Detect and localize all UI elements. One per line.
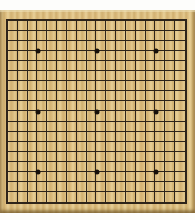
board-cell bbox=[57, 122, 67, 132]
board-cell bbox=[126, 172, 136, 182]
board-cell bbox=[126, 61, 136, 71]
board-cell bbox=[165, 172, 175, 182]
board-cell bbox=[57, 61, 67, 71]
board-cell bbox=[77, 71, 87, 81]
board-cell bbox=[77, 182, 87, 192]
board-cell bbox=[8, 41, 18, 51]
board-cell bbox=[96, 132, 106, 142]
board-cell bbox=[47, 31, 57, 41]
board-cell bbox=[116, 192, 126, 202]
board-cell bbox=[18, 162, 28, 172]
board-cell bbox=[87, 71, 97, 81]
board-cell bbox=[126, 122, 136, 132]
hoshi-point bbox=[94, 49, 99, 54]
board-cell bbox=[87, 122, 97, 132]
board-cell bbox=[37, 31, 47, 41]
board-cell bbox=[96, 61, 106, 71]
board-cell bbox=[18, 182, 28, 192]
board-cell bbox=[165, 111, 175, 121]
board-cell bbox=[67, 21, 77, 31]
board-cell bbox=[28, 182, 38, 192]
board-cell bbox=[106, 51, 116, 61]
board-cell bbox=[28, 21, 38, 31]
board-cell bbox=[96, 182, 106, 192]
board-cell bbox=[165, 132, 175, 142]
board-cell bbox=[18, 142, 28, 152]
board-cell bbox=[57, 101, 67, 111]
board-cell bbox=[175, 21, 185, 31]
board-cell bbox=[175, 172, 185, 182]
board-cell bbox=[77, 91, 87, 101]
board-cell bbox=[77, 61, 87, 71]
board-cell bbox=[175, 122, 185, 132]
board-cell bbox=[106, 61, 116, 71]
board-cell bbox=[77, 172, 87, 182]
board-cell bbox=[28, 71, 38, 81]
hoshi-point bbox=[153, 49, 158, 54]
board-cell bbox=[175, 132, 185, 142]
board-cell bbox=[165, 192, 175, 202]
board-cell bbox=[77, 132, 87, 142]
board-cell bbox=[67, 81, 77, 91]
board-cell bbox=[47, 152, 57, 162]
board-cell bbox=[175, 152, 185, 162]
board-cell bbox=[126, 51, 136, 61]
board-cell bbox=[57, 81, 67, 91]
board-cell bbox=[116, 162, 126, 172]
board-cell bbox=[67, 192, 77, 202]
board-cell bbox=[37, 81, 47, 91]
board-cell bbox=[87, 61, 97, 71]
board-cell bbox=[126, 162, 136, 172]
board-cell bbox=[146, 21, 156, 31]
board-cell bbox=[87, 21, 97, 31]
board-cell bbox=[116, 41, 126, 51]
board-cell bbox=[106, 81, 116, 91]
board-cell bbox=[37, 142, 47, 152]
board-cell bbox=[18, 51, 28, 61]
board-cell bbox=[67, 122, 77, 132]
board-cell bbox=[47, 51, 57, 61]
board-cell bbox=[28, 31, 38, 41]
board-cell bbox=[96, 21, 106, 31]
board-cell bbox=[18, 132, 28, 142]
board-cell bbox=[8, 71, 18, 81]
board-cell bbox=[165, 31, 175, 41]
board-cell bbox=[18, 41, 28, 51]
board-cell bbox=[96, 31, 106, 41]
board-cell bbox=[77, 152, 87, 162]
board-cell bbox=[106, 172, 116, 182]
board-cell bbox=[116, 31, 126, 41]
board-cell bbox=[126, 101, 136, 111]
board-cell bbox=[116, 81, 126, 91]
hoshi-point bbox=[35, 49, 40, 54]
hoshi-point bbox=[94, 109, 99, 114]
board-cell bbox=[136, 132, 146, 142]
board-cell bbox=[8, 132, 18, 142]
board-cell bbox=[175, 81, 185, 91]
board-cell bbox=[18, 101, 28, 111]
board-cell bbox=[37, 91, 47, 101]
board-cell bbox=[126, 192, 136, 202]
board-cell bbox=[106, 182, 116, 192]
board-cell bbox=[136, 152, 146, 162]
board-cell bbox=[155, 132, 165, 142]
page-background bbox=[0, 0, 195, 220]
board-cell bbox=[116, 182, 126, 192]
board-cell bbox=[116, 172, 126, 182]
board-cell bbox=[47, 122, 57, 132]
board-cell bbox=[37, 122, 47, 132]
board-cell bbox=[47, 41, 57, 51]
board-cell bbox=[96, 122, 106, 132]
board-cell bbox=[28, 91, 38, 101]
board-cell bbox=[116, 132, 126, 142]
board-cell bbox=[155, 81, 165, 91]
board-cell bbox=[67, 132, 77, 142]
hoshi-point bbox=[153, 109, 158, 114]
board-cell bbox=[116, 122, 126, 132]
board-cell bbox=[87, 192, 97, 202]
board-cell bbox=[106, 111, 116, 121]
board-cell bbox=[175, 142, 185, 152]
board-cell bbox=[96, 91, 106, 101]
board-cell bbox=[155, 122, 165, 132]
board-cell bbox=[96, 192, 106, 202]
board-cell bbox=[96, 142, 106, 152]
board-cell bbox=[106, 142, 116, 152]
board-cell bbox=[47, 142, 57, 152]
board-cell bbox=[18, 152, 28, 162]
board-cell bbox=[126, 41, 136, 51]
board-cell bbox=[37, 152, 47, 162]
board-grid[interactable] bbox=[6, 19, 187, 204]
board-cell bbox=[136, 71, 146, 81]
board-cell bbox=[96, 71, 106, 81]
board-cell bbox=[87, 152, 97, 162]
go-board bbox=[0, 10, 195, 213]
board-cell bbox=[18, 122, 28, 132]
board-cell bbox=[8, 91, 18, 101]
board-cell bbox=[175, 101, 185, 111]
board-cell bbox=[175, 71, 185, 81]
board-cell bbox=[28, 122, 38, 132]
board-cell bbox=[136, 81, 146, 91]
board-cell bbox=[116, 152, 126, 162]
board-cell bbox=[165, 182, 175, 192]
board-cell bbox=[175, 51, 185, 61]
board-cell bbox=[175, 192, 185, 202]
board-cell bbox=[116, 61, 126, 71]
board-cell bbox=[18, 192, 28, 202]
board-cell bbox=[106, 132, 116, 142]
board-cell bbox=[77, 142, 87, 152]
board-cell bbox=[126, 71, 136, 81]
board-cell bbox=[175, 91, 185, 101]
board-cell bbox=[116, 101, 126, 111]
board-cell bbox=[8, 122, 18, 132]
board-cell bbox=[8, 101, 18, 111]
board-cell bbox=[165, 142, 175, 152]
board-cell bbox=[47, 21, 57, 31]
board-cell bbox=[155, 91, 165, 101]
board-cell bbox=[28, 132, 38, 142]
board-cell bbox=[37, 21, 47, 31]
board-cell bbox=[67, 111, 77, 121]
board-cell bbox=[146, 122, 156, 132]
board-cell bbox=[67, 142, 77, 152]
board-cell bbox=[28, 192, 38, 202]
board-cell bbox=[37, 182, 47, 192]
board-cell bbox=[77, 51, 87, 61]
board-cell bbox=[165, 152, 175, 162]
board-cell bbox=[106, 71, 116, 81]
board-cell bbox=[136, 101, 146, 111]
board-cell bbox=[47, 71, 57, 81]
board-cell bbox=[106, 31, 116, 41]
board-cell bbox=[8, 162, 18, 172]
board-cell bbox=[106, 101, 116, 111]
board-cell bbox=[47, 182, 57, 192]
board-cell bbox=[57, 162, 67, 172]
board-cell bbox=[37, 61, 47, 71]
board-cell bbox=[165, 122, 175, 132]
board-cell bbox=[136, 31, 146, 41]
board-cell bbox=[165, 71, 175, 81]
board-cell bbox=[87, 91, 97, 101]
board-cell bbox=[8, 111, 18, 121]
board-cell bbox=[28, 152, 38, 162]
board-cell bbox=[146, 152, 156, 162]
board-cell bbox=[136, 142, 146, 152]
board-cell bbox=[165, 91, 175, 101]
board-cell bbox=[37, 192, 47, 202]
board-cell bbox=[47, 111, 57, 121]
board-cell bbox=[57, 172, 67, 182]
board-cell bbox=[146, 132, 156, 142]
board-cell bbox=[57, 142, 67, 152]
board-cell bbox=[47, 192, 57, 202]
hoshi-point bbox=[153, 169, 158, 174]
board-cell bbox=[165, 61, 175, 71]
board-cell bbox=[155, 61, 165, 71]
board-cell bbox=[146, 31, 156, 41]
board-cell bbox=[77, 81, 87, 91]
board-cell bbox=[77, 192, 87, 202]
board-cell bbox=[57, 31, 67, 41]
board-cell bbox=[175, 182, 185, 192]
board-cell bbox=[136, 192, 146, 202]
board-cell bbox=[8, 172, 18, 182]
board-cell bbox=[126, 152, 136, 162]
board-cell bbox=[18, 61, 28, 71]
hoshi-point bbox=[94, 169, 99, 174]
board-cell bbox=[126, 21, 136, 31]
board-cell bbox=[8, 21, 18, 31]
board-cell bbox=[96, 152, 106, 162]
board-cell bbox=[136, 21, 146, 31]
board-cell bbox=[116, 71, 126, 81]
board-cell bbox=[136, 41, 146, 51]
hoshi-point bbox=[35, 109, 40, 114]
board-cell bbox=[126, 132, 136, 142]
board-cell bbox=[136, 111, 146, 121]
board-cell bbox=[136, 51, 146, 61]
board-cell bbox=[67, 51, 77, 61]
board-cell bbox=[18, 91, 28, 101]
hoshi-point bbox=[35, 169, 40, 174]
board-cell bbox=[47, 132, 57, 142]
board-cell bbox=[165, 41, 175, 51]
board-cell bbox=[106, 152, 116, 162]
board-cell bbox=[28, 61, 38, 71]
board-cell bbox=[67, 182, 77, 192]
board-cell bbox=[77, 101, 87, 111]
board-cell bbox=[67, 71, 77, 81]
board-cell bbox=[146, 71, 156, 81]
board-cell bbox=[57, 192, 67, 202]
board-cell bbox=[155, 142, 165, 152]
board-cell bbox=[155, 21, 165, 31]
board-cell bbox=[126, 81, 136, 91]
board-cell bbox=[18, 31, 28, 41]
board-cell bbox=[146, 91, 156, 101]
board-cell bbox=[8, 192, 18, 202]
board-cell bbox=[146, 192, 156, 202]
board-cell bbox=[67, 31, 77, 41]
board-cell bbox=[8, 61, 18, 71]
board-cell bbox=[67, 152, 77, 162]
board-cell bbox=[126, 182, 136, 192]
board-cell bbox=[116, 51, 126, 61]
board-cell bbox=[136, 122, 146, 132]
board-cell bbox=[126, 142, 136, 152]
board-cell bbox=[67, 61, 77, 71]
board-cell bbox=[47, 91, 57, 101]
board-cell bbox=[8, 81, 18, 91]
board-cell bbox=[77, 162, 87, 172]
board-cell bbox=[106, 91, 116, 101]
board-cell bbox=[67, 172, 77, 182]
board-cell bbox=[106, 192, 116, 202]
board-cell bbox=[18, 81, 28, 91]
board-cell bbox=[37, 132, 47, 142]
board-cell bbox=[67, 41, 77, 51]
board-cell bbox=[165, 51, 175, 61]
board-cell bbox=[146, 142, 156, 152]
board-cell bbox=[57, 111, 67, 121]
board-cell bbox=[106, 41, 116, 51]
board-cell bbox=[116, 91, 126, 101]
board-cell bbox=[47, 101, 57, 111]
board-cell bbox=[87, 142, 97, 152]
board-cell bbox=[116, 111, 126, 121]
board-cell bbox=[67, 162, 77, 172]
board-cell bbox=[87, 182, 97, 192]
board-cell bbox=[175, 61, 185, 71]
board-cell bbox=[165, 162, 175, 172]
board-cell bbox=[77, 31, 87, 41]
board-cell bbox=[87, 31, 97, 41]
board-cell bbox=[165, 21, 175, 31]
board-cell bbox=[136, 91, 146, 101]
board-cell bbox=[126, 91, 136, 101]
board-cell bbox=[8, 182, 18, 192]
board-cell bbox=[8, 31, 18, 41]
board-cell bbox=[146, 182, 156, 192]
board-cell bbox=[136, 61, 146, 71]
board-cell bbox=[175, 162, 185, 172]
board-cell bbox=[155, 31, 165, 41]
board-cell bbox=[47, 61, 57, 71]
board-cell bbox=[8, 152, 18, 162]
board-cell bbox=[146, 61, 156, 71]
board-cell bbox=[106, 122, 116, 132]
board-cell bbox=[67, 101, 77, 111]
board-cell bbox=[57, 182, 67, 192]
board-cell bbox=[67, 91, 77, 101]
board-cell bbox=[155, 152, 165, 162]
board-cell bbox=[96, 81, 106, 91]
board-cell bbox=[57, 91, 67, 101]
board-cell bbox=[47, 172, 57, 182]
board-cell bbox=[165, 101, 175, 111]
board-cell bbox=[106, 162, 116, 172]
board-cell bbox=[77, 41, 87, 51]
board-cell bbox=[8, 51, 18, 61]
board-cell bbox=[155, 71, 165, 81]
board-cell bbox=[87, 132, 97, 142]
board-cell bbox=[47, 81, 57, 91]
board-cell bbox=[57, 132, 67, 142]
board-cell bbox=[18, 111, 28, 121]
board-cell bbox=[77, 122, 87, 132]
board-cell bbox=[136, 172, 146, 182]
board-cell bbox=[155, 192, 165, 202]
board-cell bbox=[57, 41, 67, 51]
board-cell bbox=[18, 21, 28, 31]
board-cell bbox=[106, 21, 116, 31]
board-cell bbox=[47, 162, 57, 172]
board-cell bbox=[165, 81, 175, 91]
board-cell bbox=[57, 152, 67, 162]
board-cell bbox=[57, 21, 67, 31]
board-cell bbox=[37, 71, 47, 81]
board-cell bbox=[57, 51, 67, 61]
board-cell bbox=[136, 162, 146, 172]
board-cell bbox=[77, 21, 87, 31]
board-cell bbox=[116, 142, 126, 152]
board-cell bbox=[126, 31, 136, 41]
board-cell bbox=[18, 71, 28, 81]
board-cell bbox=[77, 111, 87, 121]
board-cell bbox=[126, 111, 136, 121]
board-cell bbox=[18, 172, 28, 182]
board-cell bbox=[146, 81, 156, 91]
board-cell bbox=[87, 81, 97, 91]
board-cell bbox=[136, 182, 146, 192]
board-cell bbox=[28, 81, 38, 91]
board-cell bbox=[155, 182, 165, 192]
board-cell bbox=[8, 142, 18, 152]
board-cell bbox=[116, 21, 126, 31]
board-cell bbox=[28, 142, 38, 152]
board-cell bbox=[175, 111, 185, 121]
board-cell bbox=[175, 41, 185, 51]
board-cell bbox=[175, 31, 185, 41]
board-cell bbox=[57, 71, 67, 81]
